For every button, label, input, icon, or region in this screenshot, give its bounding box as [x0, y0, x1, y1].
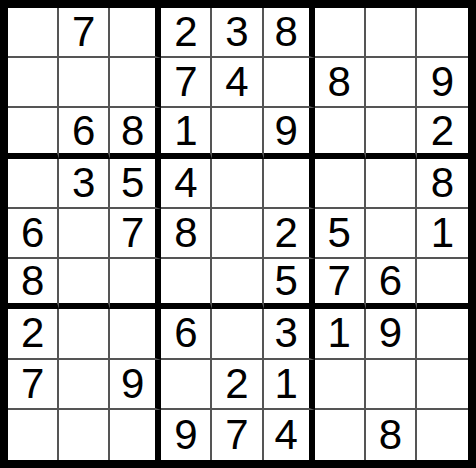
cell-r9c5[interactable]: 7 — [212, 410, 263, 460]
cell-r3c6[interactable]: 9 — [264, 108, 315, 158]
cell-r5c7[interactable]: 5 — [315, 209, 366, 259]
cell-r6c5[interactable] — [212, 259, 263, 309]
given-digit: 8 — [21, 260, 44, 302]
cell-r9c7[interactable] — [315, 410, 366, 460]
cell-r7c3[interactable] — [110, 309, 161, 359]
cell-r1c7[interactable] — [315, 8, 366, 58]
given-digit: 7 — [21, 363, 44, 405]
cell-r3c1[interactable] — [8, 108, 59, 158]
sudoku-board: 7238748968192354867825185762631979219748 — [0, 0, 476, 468]
cell-r9c9[interactable] — [417, 410, 468, 460]
cell-r2c6[interactable] — [264, 58, 315, 108]
cell-r8c3[interactable]: 9 — [110, 360, 161, 410]
cell-r9c2[interactable] — [59, 410, 110, 460]
cell-r6c7[interactable]: 7 — [315, 259, 366, 309]
given-digit: 5 — [121, 162, 144, 204]
cell-r1c9[interactable] — [417, 8, 468, 58]
cell-r2c7[interactable]: 8 — [315, 58, 366, 108]
cell-r4c4[interactable]: 4 — [161, 159, 212, 209]
given-digit: 8 — [121, 110, 144, 152]
cell-r2c3[interactable] — [110, 58, 161, 108]
cell-r8c8[interactable] — [366, 360, 417, 410]
given-digit: 6 — [21, 212, 44, 254]
cell-r8c9[interactable] — [417, 360, 468, 410]
cell-r3c2[interactable]: 6 — [59, 108, 110, 158]
given-digit: 2 — [225, 363, 248, 405]
cell-r8c6[interactable]: 1 — [264, 360, 315, 410]
cell-r7c6[interactable]: 3 — [264, 309, 315, 359]
given-digit: 2 — [21, 312, 44, 354]
cell-r5c1[interactable]: 6 — [8, 209, 59, 259]
given-digit: 7 — [225, 414, 248, 456]
cell-r7c2[interactable] — [59, 309, 110, 359]
cell-r6c6[interactable]: 5 — [264, 259, 315, 309]
given-digit: 8 — [174, 212, 197, 254]
cell-r5c2[interactable] — [59, 209, 110, 259]
cell-r9c8[interactable]: 8 — [366, 410, 417, 460]
cell-r4c6[interactable] — [264, 159, 315, 209]
cell-r7c7[interactable]: 1 — [315, 309, 366, 359]
cell-r2c2[interactable] — [59, 58, 110, 108]
cell-r3c5[interactable] — [212, 108, 263, 158]
given-digit: 4 — [225, 61, 248, 103]
given-digit: 9 — [274, 110, 297, 152]
cell-r3c9[interactable]: 2 — [417, 108, 468, 158]
given-digit: 7 — [121, 212, 144, 254]
cell-r9c4[interactable]: 9 — [161, 410, 212, 460]
cell-r1c5[interactable]: 3 — [212, 8, 263, 58]
cell-r5c4[interactable]: 8 — [161, 209, 212, 259]
given-digit: 9 — [121, 363, 144, 405]
cell-r2c1[interactable] — [8, 58, 59, 108]
cell-r2c4[interactable]: 7 — [161, 58, 212, 108]
given-digit: 6 — [72, 110, 95, 152]
cell-r1c1[interactable] — [8, 8, 59, 58]
given-digit: 3 — [225, 11, 248, 53]
cell-r1c8[interactable] — [366, 8, 417, 58]
given-digit: 4 — [174, 162, 197, 204]
cell-r8c2[interactable] — [59, 360, 110, 410]
given-digit: 6 — [379, 260, 402, 302]
cell-r7c1[interactable]: 2 — [8, 309, 59, 359]
given-digit: 2 — [274, 212, 297, 254]
cell-r5c9[interactable]: 1 — [417, 209, 468, 259]
given-digit: 6 — [174, 312, 197, 354]
cell-r4c5[interactable] — [212, 159, 263, 209]
cell-r1c4[interactable]: 2 — [161, 8, 212, 58]
cell-r6c2[interactable] — [59, 259, 110, 309]
given-digit: 8 — [379, 414, 402, 456]
given-digit: 7 — [174, 61, 197, 103]
cell-r7c9[interactable] — [417, 309, 468, 359]
cell-r9c1[interactable] — [8, 410, 59, 460]
cell-r3c3[interactable]: 8 — [110, 108, 161, 158]
cell-r4c8[interactable] — [366, 159, 417, 209]
cell-r5c8[interactable] — [366, 209, 417, 259]
given-digit: 3 — [72, 162, 95, 204]
cell-r4c7[interactable] — [315, 159, 366, 209]
cell-r3c8[interactable] — [366, 108, 417, 158]
cell-r9c3[interactable] — [110, 410, 161, 460]
given-digit: 7 — [72, 11, 95, 53]
cell-r6c9[interactable] — [417, 259, 468, 309]
cell-r5c6[interactable]: 2 — [264, 209, 315, 259]
cell-r8c7[interactable] — [315, 360, 366, 410]
cell-r3c4[interactable]: 1 — [161, 108, 212, 158]
cell-r8c4[interactable] — [161, 360, 212, 410]
cell-r6c8[interactable]: 6 — [366, 259, 417, 309]
given-digit: 9 — [379, 312, 402, 354]
cell-r4c1[interactable] — [8, 159, 59, 209]
cell-r1c6[interactable]: 8 — [264, 8, 315, 58]
given-digit: 2 — [174, 11, 197, 53]
given-digit: 7 — [328, 260, 351, 302]
given-digit: 8 — [431, 162, 454, 204]
given-digit: 1 — [274, 363, 297, 405]
given-digit: 3 — [274, 312, 297, 354]
given-digit: 5 — [328, 212, 351, 254]
cell-r8c5[interactable]: 2 — [212, 360, 263, 410]
cell-r6c1[interactable]: 8 — [8, 259, 59, 309]
cell-r5c5[interactable] — [212, 209, 263, 259]
given-digit: 5 — [274, 260, 297, 302]
cell-r1c3[interactable] — [110, 8, 161, 58]
cell-r7c5[interactable] — [212, 309, 263, 359]
cell-r2c8[interactable] — [366, 58, 417, 108]
cell-r1c2[interactable]: 7 — [59, 8, 110, 58]
cell-r5c3[interactable]: 7 — [110, 209, 161, 259]
cell-r7c8[interactable]: 9 — [366, 309, 417, 359]
cell-r2c5[interactable]: 4 — [212, 58, 263, 108]
cell-r8c1[interactable]: 7 — [8, 360, 59, 410]
cell-r7c4[interactable]: 6 — [161, 309, 212, 359]
cell-r6c4[interactable] — [161, 259, 212, 309]
given-digit: 9 — [174, 414, 197, 456]
cell-r4c9[interactable]: 8 — [417, 159, 468, 209]
given-digit: 1 — [431, 212, 454, 254]
cell-r2c9[interactable]: 9 — [417, 58, 468, 108]
cell-r6c3[interactable] — [110, 259, 161, 309]
given-digit: 1 — [328, 312, 351, 354]
cell-r4c3[interactable]: 5 — [110, 159, 161, 209]
cell-r9c6[interactable]: 4 — [264, 410, 315, 460]
given-digit: 8 — [274, 11, 297, 53]
given-digit: 8 — [328, 61, 351, 103]
given-digit: 1 — [174, 110, 197, 152]
cell-r4c2[interactable]: 3 — [59, 159, 110, 209]
cell-r3c7[interactable] — [315, 108, 366, 158]
given-digit: 2 — [431, 110, 454, 152]
given-digit: 9 — [431, 61, 454, 103]
given-digit: 4 — [274, 414, 297, 456]
